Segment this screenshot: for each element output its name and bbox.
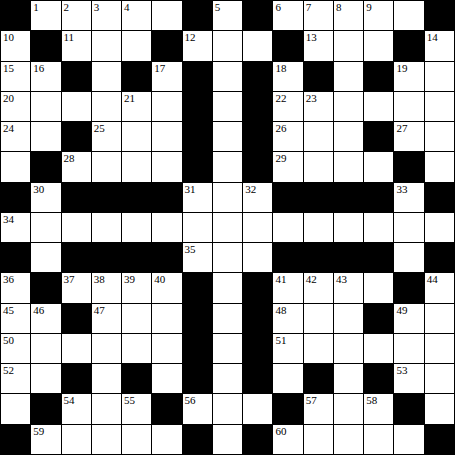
cell-r6c8[interactable]: 32 <box>243 183 272 212</box>
cell-r9c10[interactable]: 42 <box>304 273 333 302</box>
cell-r7c14[interactable] <box>425 213 454 242</box>
cell-r3c14[interactable] <box>425 92 454 121</box>
black-cell-r10c6 <box>183 304 212 333</box>
clue-number-46: 46 <box>33 304 44 316</box>
cell-r3c2[interactable] <box>62 92 91 121</box>
clue-number-18: 18 <box>275 62 286 74</box>
cell-r13c12[interactable]: 58 <box>364 394 393 423</box>
cell-r9c5[interactable]: 40 <box>152 273 181 302</box>
clue-number-30: 30 <box>33 183 44 195</box>
clue-number-43: 43 <box>336 273 347 285</box>
clue-number-55: 55 <box>124 394 135 406</box>
clue-number-48: 48 <box>275 304 286 316</box>
cell-r1c7[interactable] <box>213 31 242 60</box>
cell-r11c14[interactable] <box>425 334 454 363</box>
cell-r14c4[interactable] <box>122 425 151 454</box>
cell-r13c7[interactable] <box>213 394 242 423</box>
cell-r10c11[interactable] <box>334 304 363 333</box>
black-cell-r6c10 <box>304 183 333 212</box>
clue-number-51: 51 <box>275 334 286 346</box>
cell-r1c3[interactable] <box>92 31 121 60</box>
clue-number-27: 27 <box>396 122 407 134</box>
clue-number-39: 39 <box>124 273 135 285</box>
black-cell-r6c0 <box>1 183 30 212</box>
clue-number-9: 9 <box>366 1 372 13</box>
cell-r1c8[interactable] <box>243 31 272 60</box>
black-cell-r8c12 <box>364 243 393 272</box>
black-cell-r2c8 <box>243 62 272 91</box>
clue-number-2: 2 <box>64 1 70 13</box>
cell-r2c14[interactable] <box>425 62 454 91</box>
cell-r2c1[interactable]: 16 <box>31 62 60 91</box>
cell-r12c11[interactable] <box>334 364 363 393</box>
cell-r5c5[interactable] <box>152 152 181 181</box>
black-cell-r5c1 <box>31 152 60 181</box>
cell-r11c4[interactable] <box>122 334 151 363</box>
cell-r9c0[interactable]: 36 <box>1 273 30 302</box>
black-cell-r14c14 <box>425 425 454 454</box>
cell-r7c7[interactable] <box>213 213 242 242</box>
clue-number-37: 37 <box>64 273 75 285</box>
black-cell-r3c8 <box>243 92 272 121</box>
cell-r14c7[interactable] <box>213 425 242 454</box>
clue-number-16: 16 <box>33 62 44 74</box>
cell-r2c3[interactable] <box>92 62 121 91</box>
clue-number-7: 7 <box>306 1 312 13</box>
cell-r6c7[interactable] <box>213 183 242 212</box>
cell-r5c9[interactable]: 29 <box>273 152 302 181</box>
black-cell-r2c2 <box>62 62 91 91</box>
clue-number-59: 59 <box>33 425 44 437</box>
black-cell-r6c2 <box>62 183 91 212</box>
cell-r0c5[interactable] <box>152 1 181 30</box>
cell-r3c10[interactable]: 23 <box>304 92 333 121</box>
black-cell-r11c8 <box>243 334 272 363</box>
clue-number-23: 23 <box>306 92 317 104</box>
cell-r14c3[interactable] <box>92 425 121 454</box>
cell-r6c13[interactable]: 33 <box>394 183 423 212</box>
cell-r12c9[interactable] <box>273 364 302 393</box>
cell-r3c5[interactable] <box>152 92 181 121</box>
cell-r3c12[interactable] <box>364 92 393 121</box>
clue-number-34: 34 <box>3 213 14 225</box>
cell-r4c13[interactable]: 27 <box>394 122 423 151</box>
cell-r5c3[interactable] <box>92 152 121 181</box>
cell-r11c2[interactable] <box>62 334 91 363</box>
black-cell-r12c8 <box>243 364 272 393</box>
black-cell-r3c6 <box>183 92 212 121</box>
cell-r4c4[interactable] <box>122 122 151 151</box>
clue-number-32: 32 <box>245 183 256 195</box>
black-cell-r6c5 <box>152 183 181 212</box>
clue-number-57: 57 <box>306 394 317 406</box>
cell-r3c9[interactable]: 22 <box>273 92 302 121</box>
cell-r7c1[interactable] <box>31 213 60 242</box>
cell-r7c5[interactable] <box>152 213 181 242</box>
cell-r0c2[interactable]: 2 <box>62 1 91 30</box>
clue-number-36: 36 <box>3 273 14 285</box>
cell-r7c13[interactable] <box>394 213 423 242</box>
cell-r9c4[interactable]: 39 <box>122 273 151 302</box>
clue-number-25: 25 <box>94 122 105 134</box>
black-cell-r1c13 <box>394 31 423 60</box>
cell-r7c2[interactable] <box>62 213 91 242</box>
cell-r9c7[interactable] <box>213 273 242 302</box>
cell-r13c14[interactable] <box>425 394 454 423</box>
black-cell-r0c8 <box>243 1 272 30</box>
cell-r13c0[interactable] <box>1 394 30 423</box>
cell-r5c4[interactable] <box>122 152 151 181</box>
black-cell-r0c6 <box>183 1 212 30</box>
cell-r13c11[interactable] <box>334 394 363 423</box>
clue-number-50: 50 <box>3 334 14 346</box>
black-cell-r9c8 <box>243 273 272 302</box>
black-cell-r10c12 <box>364 304 393 333</box>
cell-r8c7[interactable] <box>213 243 242 272</box>
black-cell-r8c14 <box>425 243 454 272</box>
cell-r5c10[interactable] <box>304 152 333 181</box>
black-cell-r14c6 <box>183 425 212 454</box>
cell-r12c5[interactable] <box>152 364 181 393</box>
cell-r14c5[interactable] <box>152 425 181 454</box>
cell-r13c3[interactable] <box>92 394 121 423</box>
clue-number-13: 13 <box>306 31 317 43</box>
black-cell-r12c4 <box>122 364 151 393</box>
cell-r11c13[interactable] <box>394 334 423 363</box>
cell-r9c9[interactable]: 41 <box>273 273 302 302</box>
cell-r4c14[interactable] <box>425 122 454 151</box>
black-cell-r1c1 <box>31 31 60 60</box>
black-cell-r8c11 <box>334 243 363 272</box>
black-cell-r8c0 <box>1 243 30 272</box>
black-cell-r1c5 <box>152 31 181 60</box>
cell-r3c13[interactable] <box>394 92 423 121</box>
cell-r13c2[interactable]: 54 <box>62 394 91 423</box>
black-cell-r4c12 <box>364 122 393 151</box>
cell-r9c12[interactable] <box>364 273 393 302</box>
cell-r1c6[interactable]: 12 <box>183 31 212 60</box>
black-cell-r12c6 <box>183 364 212 393</box>
cell-r1c11[interactable] <box>334 31 363 60</box>
clue-number-44: 44 <box>427 273 438 285</box>
cell-r0c7[interactable]: 5 <box>213 1 242 30</box>
black-cell-r12c12 <box>364 364 393 393</box>
black-cell-r6c11 <box>334 183 363 212</box>
cell-r2c9[interactable]: 18 <box>273 62 302 91</box>
black-cell-r6c14 <box>425 183 454 212</box>
black-cell-r2c10 <box>304 62 333 91</box>
black-cell-r5c8 <box>243 152 272 181</box>
cell-r14c12[interactable] <box>364 425 393 454</box>
cell-r7c10[interactable] <box>304 213 333 242</box>
black-cell-r10c8 <box>243 304 272 333</box>
cell-r0c1[interactable]: 1 <box>31 1 60 30</box>
cell-r0c13[interactable] <box>394 1 423 30</box>
black-cell-r8c2 <box>62 243 91 272</box>
cell-r3c0[interactable]: 20 <box>1 92 30 121</box>
cell-r4c5[interactable] <box>152 122 181 151</box>
cell-r11c9[interactable]: 51 <box>273 334 302 363</box>
clue-number-24: 24 <box>3 122 14 134</box>
cell-r12c14[interactable] <box>425 364 454 393</box>
cell-r4c3[interactable]: 25 <box>92 122 121 151</box>
cell-r3c7[interactable] <box>213 92 242 121</box>
cell-r2c11[interactable] <box>334 62 363 91</box>
black-cell-r6c9 <box>273 183 302 212</box>
cell-r3c1[interactable] <box>31 92 60 121</box>
cell-r12c13[interactable]: 53 <box>394 364 423 393</box>
black-cell-r13c5 <box>152 394 181 423</box>
black-cell-r4c8 <box>243 122 272 151</box>
clue-number-42: 42 <box>306 273 317 285</box>
black-cell-r9c1 <box>31 273 60 302</box>
cell-r5c7[interactable] <box>213 152 242 181</box>
cell-r7c9[interactable] <box>273 213 302 242</box>
cell-r1c14[interactable]: 14 <box>425 31 454 60</box>
cell-r1c12[interactable] <box>364 31 393 60</box>
cell-r6c1[interactable]: 30 <box>31 183 60 212</box>
clue-number-1: 1 <box>33 1 39 13</box>
black-cell-r14c0 <box>1 425 30 454</box>
black-cell-r8c4 <box>122 243 151 272</box>
clue-number-8: 8 <box>336 1 342 13</box>
clue-number-29: 29 <box>275 152 286 164</box>
cell-r1c2[interactable]: 11 <box>62 31 91 60</box>
cell-r11c5[interactable] <box>152 334 181 363</box>
cell-r2c7[interactable] <box>213 62 242 91</box>
cell-r13c10[interactable]: 57 <box>304 394 333 423</box>
cell-r9c14[interactable]: 44 <box>425 273 454 302</box>
cell-r0c4[interactable]: 4 <box>122 1 151 30</box>
clue-number-40: 40 <box>154 273 165 285</box>
clue-number-47: 47 <box>94 304 105 316</box>
cell-r10c14[interactable] <box>425 304 454 333</box>
cell-r6c6[interactable]: 31 <box>183 183 212 212</box>
cell-r10c1[interactable]: 46 <box>31 304 60 333</box>
cell-r0c11[interactable]: 8 <box>334 1 363 30</box>
black-cell-r1c9 <box>273 31 302 60</box>
cell-r12c1[interactable] <box>31 364 60 393</box>
cell-r5c2[interactable]: 28 <box>62 152 91 181</box>
clue-number-53: 53 <box>396 364 407 376</box>
cell-r7c3[interactable] <box>92 213 121 242</box>
clue-number-15: 15 <box>3 62 14 74</box>
cell-r14c13[interactable] <box>394 425 423 454</box>
cell-r5c14[interactable] <box>425 152 454 181</box>
cell-r10c13[interactable]: 49 <box>394 304 423 333</box>
cell-r9c11[interactable]: 43 <box>334 273 363 302</box>
cell-r14c9[interactable]: 60 <box>273 425 302 454</box>
cell-r8c1[interactable] <box>31 243 60 272</box>
black-cell-r12c10 <box>304 364 333 393</box>
cell-r4c7[interactable] <box>213 122 242 151</box>
cell-r10c4[interactable] <box>122 304 151 333</box>
black-cell-r8c10 <box>304 243 333 272</box>
cell-r4c11[interactable] <box>334 122 363 151</box>
cell-r1c4[interactable] <box>122 31 151 60</box>
black-cell-r14c8 <box>243 425 272 454</box>
clue-number-35: 35 <box>185 243 196 255</box>
cell-r10c3[interactable]: 47 <box>92 304 121 333</box>
black-cell-r11c6 <box>183 334 212 363</box>
black-cell-r8c5 <box>152 243 181 272</box>
cell-r7c6[interactable] <box>183 213 212 242</box>
cell-r13c4[interactable]: 55 <box>122 394 151 423</box>
black-cell-r9c6 <box>183 273 212 302</box>
cell-r7c8[interactable] <box>243 213 272 242</box>
clue-number-31: 31 <box>185 183 196 195</box>
black-cell-r0c14 <box>425 1 454 30</box>
black-cell-r4c2 <box>62 122 91 151</box>
clue-number-4: 4 <box>124 1 130 13</box>
cell-r10c5[interactable] <box>152 304 181 333</box>
black-cell-r6c3 <box>92 183 121 212</box>
cell-r7c4[interactable] <box>122 213 151 242</box>
cell-r4c1[interactable] <box>31 122 60 151</box>
black-cell-r6c12 <box>364 183 393 212</box>
black-cell-r13c9 <box>273 394 302 423</box>
cell-r11c1[interactable] <box>31 334 60 363</box>
cell-r0c9[interactable]: 6 <box>273 1 302 30</box>
black-cell-r4c6 <box>183 122 212 151</box>
cell-r10c9[interactable]: 48 <box>273 304 302 333</box>
cell-r2c0[interactable]: 15 <box>1 62 30 91</box>
cell-r4c10[interactable] <box>304 122 333 151</box>
cell-r0c12[interactable]: 9 <box>364 1 393 30</box>
clue-number-38: 38 <box>94 273 105 285</box>
black-cell-r0c0 <box>1 1 30 30</box>
cell-r8c13[interactable] <box>394 243 423 272</box>
cell-r0c10[interactable]: 7 <box>304 1 333 30</box>
cell-r8c8[interactable] <box>243 243 272 272</box>
clue-number-14: 14 <box>427 31 438 43</box>
clue-number-54: 54 <box>64 394 75 406</box>
black-cell-r5c13 <box>394 152 423 181</box>
black-cell-r13c1 <box>31 394 60 423</box>
cell-r14c1[interactable]: 59 <box>31 425 60 454</box>
cell-r12c0[interactable]: 52 <box>1 364 30 393</box>
cell-r14c10[interactable] <box>304 425 333 454</box>
clue-number-12: 12 <box>185 31 196 43</box>
cell-r4c0[interactable]: 24 <box>1 122 30 151</box>
black-cell-r2c4 <box>122 62 151 91</box>
crossword-board: 1234567891011121314151617181920212223242… <box>0 0 455 455</box>
cell-r2c5[interactable]: 17 <box>152 62 181 91</box>
black-cell-r8c9 <box>273 243 302 272</box>
black-cell-r8c3 <box>92 243 121 272</box>
black-cell-r9c13 <box>394 273 423 302</box>
clue-number-20: 20 <box>3 92 14 104</box>
cell-r12c7[interactable] <box>213 364 242 393</box>
cell-r1c10[interactable]: 13 <box>304 31 333 60</box>
clue-number-11: 11 <box>64 31 75 43</box>
cell-r0c3[interactable]: 3 <box>92 1 121 30</box>
cell-r3c4[interactable]: 21 <box>122 92 151 121</box>
clue-number-33: 33 <box>396 183 407 195</box>
clue-number-22: 22 <box>275 92 286 104</box>
clue-number-21: 21 <box>124 92 135 104</box>
cell-r11c3[interactable] <box>92 334 121 363</box>
black-cell-r10c2 <box>62 304 91 333</box>
clue-number-45: 45 <box>3 304 14 316</box>
cell-r1c0[interactable]: 10 <box>1 31 30 60</box>
cell-r9c3[interactable]: 38 <box>92 273 121 302</box>
cell-r12c3[interactable] <box>92 364 121 393</box>
clue-number-26: 26 <box>275 122 286 134</box>
black-cell-r2c6 <box>183 62 212 91</box>
cell-r11c0[interactable]: 50 <box>1 334 30 363</box>
clue-number-5: 5 <box>215 1 221 13</box>
cell-r7c12[interactable] <box>364 213 393 242</box>
clue-number-58: 58 <box>366 394 377 406</box>
cell-r13c8[interactable] <box>243 394 272 423</box>
black-cell-r5c6 <box>183 152 212 181</box>
black-cell-r6c4 <box>122 183 151 212</box>
cell-r10c10[interactable] <box>304 304 333 333</box>
cell-r3c3[interactable] <box>92 92 121 121</box>
cell-r8c6[interactable]: 35 <box>183 243 212 272</box>
cell-r10c0[interactable]: 45 <box>1 304 30 333</box>
clue-number-10: 10 <box>3 31 14 43</box>
black-cell-r12c2 <box>62 364 91 393</box>
cell-r13c6[interactable]: 56 <box>183 394 212 423</box>
cell-r7c0[interactable]: 34 <box>1 213 30 242</box>
cell-r4c9[interactable]: 26 <box>273 122 302 151</box>
cell-r11c12[interactable] <box>364 334 393 363</box>
cell-r11c7[interactable] <box>213 334 242 363</box>
cell-r5c12[interactable] <box>364 152 393 181</box>
cell-r14c11[interactable] <box>334 425 363 454</box>
cell-r7c11[interactable] <box>334 213 363 242</box>
cell-r5c11[interactable] <box>334 152 363 181</box>
cell-r9c2[interactable]: 37 <box>62 273 91 302</box>
clue-number-60: 60 <box>275 425 286 437</box>
cell-r2c13[interactable]: 19 <box>394 62 423 91</box>
clue-number-19: 19 <box>396 62 407 74</box>
cell-r14c2[interactable] <box>62 425 91 454</box>
clue-number-52: 52 <box>3 364 14 376</box>
clue-number-28: 28 <box>64 152 75 164</box>
clue-number-41: 41 <box>275 273 286 285</box>
cell-r3c11[interactable] <box>334 92 363 121</box>
clue-number-6: 6 <box>275 1 281 13</box>
clue-number-49: 49 <box>396 304 407 316</box>
cell-r11c10[interactable] <box>304 334 333 363</box>
clue-number-56: 56 <box>185 394 196 406</box>
clue-number-3: 3 <box>94 1 100 13</box>
black-cell-r13c13 <box>394 394 423 423</box>
clue-number-17: 17 <box>154 62 165 74</box>
cell-r11c11[interactable] <box>334 334 363 363</box>
cell-r5c0[interactable] <box>1 152 30 181</box>
cell-r10c7[interactable] <box>213 304 242 333</box>
black-cell-r2c12 <box>364 62 393 91</box>
